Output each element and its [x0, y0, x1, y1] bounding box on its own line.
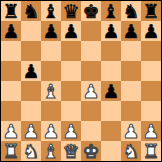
square-g1[interactable]: ♞ [121, 141, 141, 161]
square-a7[interactable]: ♟ [1, 21, 21, 41]
square-d6[interactable] [61, 41, 81, 61]
square-h2[interactable]: ♟ [141, 121, 161, 141]
square-g4[interactable] [121, 81, 141, 101]
black-pawn[interactable]: ♟ [2, 21, 19, 41]
square-c7[interactable]: ♟ [41, 21, 61, 41]
white-pawn[interactable]: ♟ [142, 121, 159, 141]
white-knight[interactable]: ♞ [22, 141, 39, 161]
white-rook[interactable]: ♜ [2, 141, 19, 161]
square-b5[interactable]: ♟ [21, 61, 41, 81]
square-d3[interactable] [61, 101, 81, 121]
square-a8[interactable]: ♜ [1, 1, 21, 21]
square-f8[interactable]: ♝ [101, 1, 121, 21]
square-e5[interactable] [81, 61, 101, 81]
square-d8[interactable]: ♛ [61, 1, 81, 21]
square-e1[interactable]: ♚ [81, 141, 101, 161]
square-c4[interactable]: ♝ [41, 81, 61, 101]
square-a5[interactable] [1, 61, 21, 81]
square-b4[interactable] [21, 81, 41, 101]
square-f3[interactable] [101, 101, 121, 121]
square-c8[interactable]: ♝ [41, 1, 61, 21]
white-rook[interactable]: ♜ [142, 141, 159, 161]
white-queen[interactable]: ♛ [62, 141, 79, 161]
square-d2[interactable]: ♟ [61, 121, 81, 141]
square-a4[interactable] [1, 81, 21, 101]
square-b2[interactable]: ♟ [21, 121, 41, 141]
black-pawn[interactable]: ♟ [102, 21, 119, 41]
black-knight[interactable]: ♞ [22, 1, 39, 21]
square-h7[interactable]: ♟ [141, 21, 161, 41]
square-c6[interactable] [41, 41, 61, 61]
square-e3[interactable] [81, 101, 101, 121]
square-a1[interactable]: ♜ [1, 141, 21, 161]
white-king[interactable]: ♚ [82, 141, 99, 161]
square-b6[interactable] [21, 41, 41, 61]
black-pawn[interactable]: ♟ [102, 81, 119, 101]
square-d4[interactable] [61, 81, 81, 101]
square-d5[interactable] [61, 61, 81, 81]
square-b3[interactable] [21, 101, 41, 121]
black-pawn[interactable]: ♟ [142, 21, 159, 41]
square-b1[interactable]: ♞ [21, 141, 41, 161]
white-pawn[interactable]: ♟ [122, 121, 139, 141]
square-d7[interactable]: ♟ [61, 21, 81, 41]
square-e4[interactable]: ♟ [81, 81, 101, 101]
square-h3[interactable] [141, 101, 161, 121]
square-e8[interactable]: ♚ [81, 1, 101, 21]
square-g2[interactable]: ♟ [121, 121, 141, 141]
white-bishop[interactable]: ♝ [42, 141, 59, 161]
square-e6[interactable] [81, 41, 101, 61]
square-g7[interactable]: ♟ [121, 21, 141, 41]
black-king[interactable]: ♚ [82, 1, 99, 21]
square-a3[interactable] [1, 101, 21, 121]
black-pawn[interactable]: ♟ [42, 21, 59, 41]
square-a2[interactable]: ♟ [1, 121, 21, 141]
square-b8[interactable]: ♞ [21, 1, 41, 21]
white-pawn[interactable]: ♟ [42, 121, 59, 141]
white-pawn[interactable]: ♟ [82, 81, 99, 101]
square-c2[interactable]: ♟ [41, 121, 61, 141]
square-g3[interactable] [121, 101, 141, 121]
square-f2[interactable] [101, 121, 121, 141]
black-rook[interactable]: ♜ [2, 1, 19, 21]
square-a6[interactable] [1, 41, 21, 61]
square-c3[interactable] [41, 101, 61, 121]
chess-board: ♜♞♝♛♚♝♞♜♟♟♟♟♟♟♟♝♟♟♟♟♟♟♟♟♜♞♝♛♚♞♜ [1, 1, 161, 161]
square-c1[interactable]: ♝ [41, 141, 61, 161]
white-knight[interactable]: ♞ [122, 141, 139, 161]
black-queen[interactable]: ♛ [62, 1, 79, 21]
square-g5[interactable] [121, 61, 141, 81]
square-f7[interactable]: ♟ [101, 21, 121, 41]
square-h4[interactable] [141, 81, 161, 101]
square-f4[interactable]: ♟ [101, 81, 121, 101]
square-g6[interactable] [121, 41, 141, 61]
white-pawn[interactable]: ♟ [2, 121, 19, 141]
square-h6[interactable] [141, 41, 161, 61]
square-c5[interactable] [41, 61, 61, 81]
square-b7[interactable] [21, 21, 41, 41]
square-h5[interactable] [141, 61, 161, 81]
square-f5[interactable] [101, 61, 121, 81]
black-rook[interactable]: ♜ [142, 1, 159, 21]
black-bishop[interactable]: ♝ [102, 1, 119, 21]
black-pawn[interactable]: ♟ [22, 61, 39, 81]
white-bishop[interactable]: ♝ [42, 81, 59, 101]
square-f1[interactable] [101, 141, 121, 161]
chess-board-frame: ♜♞♝♛♚♝♞♜♟♟♟♟♟♟♟♝♟♟♟♟♟♟♟♟♜♞♝♛♚♞♜ [0, 0, 162, 162]
square-h1[interactable]: ♜ [141, 141, 161, 161]
square-e7[interactable] [81, 21, 101, 41]
black-knight[interactable]: ♞ [122, 1, 139, 21]
square-h8[interactable]: ♜ [141, 1, 161, 21]
square-d1[interactable]: ♛ [61, 141, 81, 161]
square-e2[interactable] [81, 121, 101, 141]
white-pawn[interactable]: ♟ [62, 121, 79, 141]
black-pawn[interactable]: ♟ [62, 21, 79, 41]
black-pawn[interactable]: ♟ [122, 21, 139, 41]
black-bishop[interactable]: ♝ [42, 1, 59, 21]
square-g8[interactable]: ♞ [121, 1, 141, 21]
white-pawn[interactable]: ♟ [22, 121, 39, 141]
square-f6[interactable] [101, 41, 121, 61]
